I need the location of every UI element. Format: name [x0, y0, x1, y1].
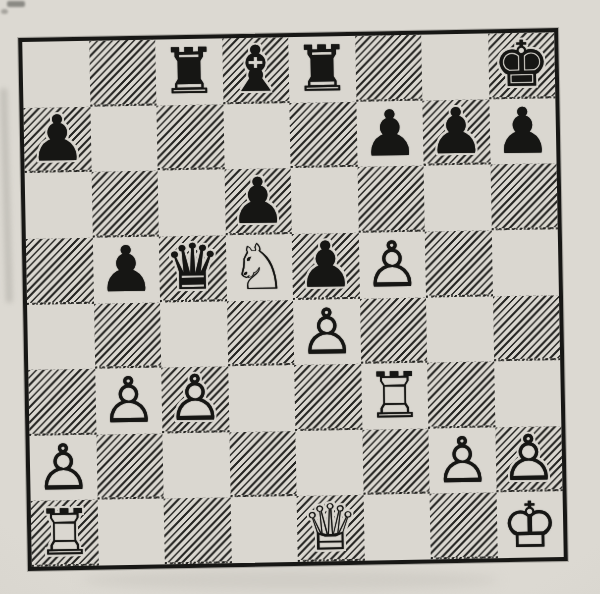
- white-queen: ♕: [302, 496, 360, 560]
- square-g1[interactable]: [430, 493, 498, 560]
- white-pawn: ♙: [34, 436, 92, 500]
- square-f3[interactable]: ♖: [361, 363, 429, 430]
- square-c8[interactable]: ♜: [155, 38, 223, 105]
- square-f8[interactable]: [355, 35, 423, 102]
- black-pawn: ♟: [361, 102, 419, 166]
- square-b3[interactable]: ♙: [95, 368, 163, 435]
- page-background: ♜♝♜♚♟♟♟♟♟♟♛♘♟♙♙♙♙♖♙♙♙♖♕♔: [0, 0, 600, 594]
- square-e7[interactable]: [289, 101, 357, 168]
- white-king: ♔: [501, 493, 559, 557]
- square-h1[interactable]: ♔: [496, 491, 564, 558]
- black-pawn: ♟: [97, 238, 155, 302]
- black-king: ♚: [493, 33, 551, 97]
- square-a8[interactable]: [22, 41, 90, 108]
- square-h6[interactable]: [490, 163, 558, 230]
- square-b4[interactable]: [94, 302, 162, 369]
- square-a6[interactable]: [25, 172, 93, 239]
- square-e3[interactable]: [294, 364, 362, 431]
- white-pawn: ♙: [433, 428, 491, 492]
- square-d3[interactable]: [228, 365, 296, 432]
- square-e6[interactable]: [291, 167, 359, 234]
- paper-smudge: [0, 88, 13, 303]
- square-g7[interactable]: ♟: [422, 99, 490, 166]
- square-d5[interactable]: ♘: [225, 234, 293, 301]
- paper-smudge: [7, 1, 25, 7]
- white-pawn: ♙: [298, 300, 356, 364]
- square-a1[interactable]: ♖: [31, 500, 99, 567]
- square-b7[interactable]: [90, 105, 158, 172]
- square-b1[interactable]: [97, 499, 165, 566]
- square-g8[interactable]: [421, 33, 489, 100]
- square-c5[interactable]: ♛: [159, 235, 227, 302]
- paper-smudge: [80, 570, 500, 590]
- square-c4[interactable]: [160, 301, 228, 368]
- square-c3[interactable]: ♙: [161, 366, 229, 433]
- black-pawn: ♟: [494, 99, 552, 163]
- square-e2[interactable]: [295, 430, 363, 497]
- square-f5[interactable]: ♙: [358, 231, 426, 298]
- square-h3[interactable]: [494, 360, 562, 427]
- square-e1[interactable]: ♕: [297, 495, 365, 562]
- chess-board: ♜♝♜♚♟♟♟♟♟♟♛♘♟♙♙♙♙♖♙♙♙♖♕♔: [18, 28, 568, 571]
- square-f6[interactable]: [357, 166, 425, 233]
- square-d6[interactable]: ♟: [224, 168, 292, 235]
- square-c2[interactable]: [162, 432, 230, 499]
- square-b5[interactable]: ♟: [92, 236, 160, 303]
- white-pawn: ♙: [166, 367, 224, 431]
- black-pawn: ♟: [229, 169, 287, 233]
- square-h8[interactable]: ♚: [488, 32, 556, 99]
- white-rook: ♖: [36, 500, 94, 564]
- square-d2[interactable]: [229, 431, 297, 498]
- square-g2[interactable]: ♙: [428, 427, 496, 494]
- square-b8[interactable]: [89, 39, 157, 106]
- square-b2[interactable]: [96, 433, 164, 500]
- black-pawn: ♟: [297, 233, 355, 297]
- black-pawn: ♟: [427, 99, 485, 163]
- square-f2[interactable]: [362, 428, 430, 495]
- square-f7[interactable]: ♟: [356, 100, 424, 167]
- square-h7[interactable]: ♟: [489, 98, 557, 165]
- white-knight: ♘: [230, 235, 288, 299]
- white-pawn: ♙: [500, 426, 558, 490]
- square-c1[interactable]: [164, 498, 232, 565]
- paper-smudge: [1, 9, 8, 14]
- black-queen: ♛: [164, 236, 222, 300]
- square-f4[interactable]: [359, 297, 427, 364]
- square-e8[interactable]: ♜: [288, 36, 356, 103]
- square-d8[interactable]: ♝: [222, 37, 290, 104]
- square-c7[interactable]: [156, 104, 224, 171]
- square-c6[interactable]: [158, 169, 226, 236]
- square-h4[interactable]: [492, 295, 560, 362]
- square-h5[interactable]: [491, 229, 559, 296]
- square-a4[interactable]: [27, 303, 95, 370]
- black-rook: ♜: [160, 40, 218, 104]
- white-pawn: ♙: [100, 369, 158, 433]
- black-pawn: ♟: [28, 107, 86, 171]
- square-e5[interactable]: ♟: [292, 233, 360, 300]
- board-grid: ♜♝♜♚♟♟♟♟♟♟♛♘♟♙♙♙♙♖♙♙♙♖♕♔: [18, 28, 568, 571]
- square-a3[interactable]: [28, 369, 96, 436]
- square-a7[interactable]: ♟: [23, 106, 91, 173]
- square-g4[interactable]: [426, 296, 494, 363]
- square-h2[interactable]: ♙: [495, 426, 563, 493]
- square-a5[interactable]: [26, 238, 94, 305]
- square-b6[interactable]: [91, 171, 159, 238]
- square-g6[interactable]: [424, 165, 492, 232]
- square-e4[interactable]: ♙: [293, 298, 361, 365]
- white-rook: ♖: [366, 364, 424, 428]
- square-f1[interactable]: [363, 494, 431, 561]
- square-d7[interactable]: [223, 103, 291, 170]
- square-g5[interactable]: [425, 230, 493, 297]
- black-bishop: ♝: [227, 37, 285, 101]
- square-a2[interactable]: ♙: [29, 434, 97, 501]
- square-d1[interactable]: [230, 496, 298, 563]
- square-d4[interactable]: [227, 300, 295, 367]
- white-pawn: ♙: [363, 233, 421, 297]
- black-rook: ♜: [293, 37, 351, 101]
- square-g3[interactable]: [427, 361, 495, 428]
